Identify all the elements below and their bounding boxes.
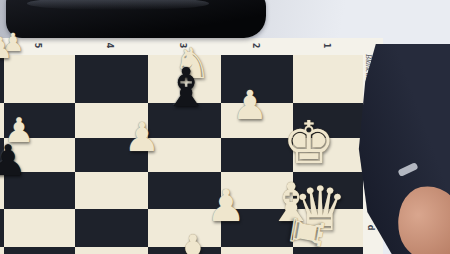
white-rook-c1-fallen[interactable]: ♜ [281, 207, 332, 254]
photo-scene: { "game": "chess", "description": "Overh… [0, 0, 450, 254]
square-c4[interactable] [75, 247, 148, 254]
rank-label-2: 2 [251, 43, 260, 49]
black-pawn-e5[interactable]: ♟ [0, 139, 30, 183]
black-bishop-g3[interactable]: ♝ [158, 60, 214, 116]
white-pawn-b2[interactable]: ♟ [167, 228, 219, 254]
file-label-d: d [366, 225, 375, 231]
white-pawn-f3[interactable]: ♟ [121, 116, 163, 158]
white-pawn-g2[interactable]: ♟ [229, 84, 271, 126]
bag-gloss-highlight [27, 0, 209, 10]
white-king-f1[interactable]: ♚ [278, 112, 340, 174]
square-h1[interactable] [293, 55, 363, 103]
rank-label-1: 1 [322, 43, 331, 49]
rank-label-5: 5 [33, 43, 42, 49]
square-c5[interactable] [4, 247, 75, 254]
square-h4[interactable] [75, 55, 148, 103]
square-e4[interactable] [75, 172, 148, 209]
square-d5[interactable] [4, 209, 75, 247]
square-d4[interactable] [75, 209, 148, 247]
white-pawn-d2[interactable]: ♟ [203, 183, 249, 229]
captured-white-pawn-1[interactable]: ♟ [0, 33, 15, 63]
rank-label-4: 4 [105, 43, 114, 49]
chess-carrying-bag [6, 0, 266, 38]
table-surface: 54321hgfed ♟♟♟♟♞♝♟♟♚♟♝♛♜♟ Blancas [0, 0, 450, 254]
